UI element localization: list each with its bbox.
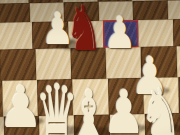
piece-red-knight-d5[interactable]: ♞ xyxy=(66,0,103,59)
chessboard-3d-scene: ♟♞♟♟♟♛♝♟♞ xyxy=(0,0,180,135)
piece-white-knight-f2[interactable]: ♞ xyxy=(140,80,180,135)
piece-white-pawn-e2[interactable]: ♟ xyxy=(102,83,145,135)
pieces-layer: ♟♞♟♟♟♛♝♟♞ xyxy=(0,0,180,135)
